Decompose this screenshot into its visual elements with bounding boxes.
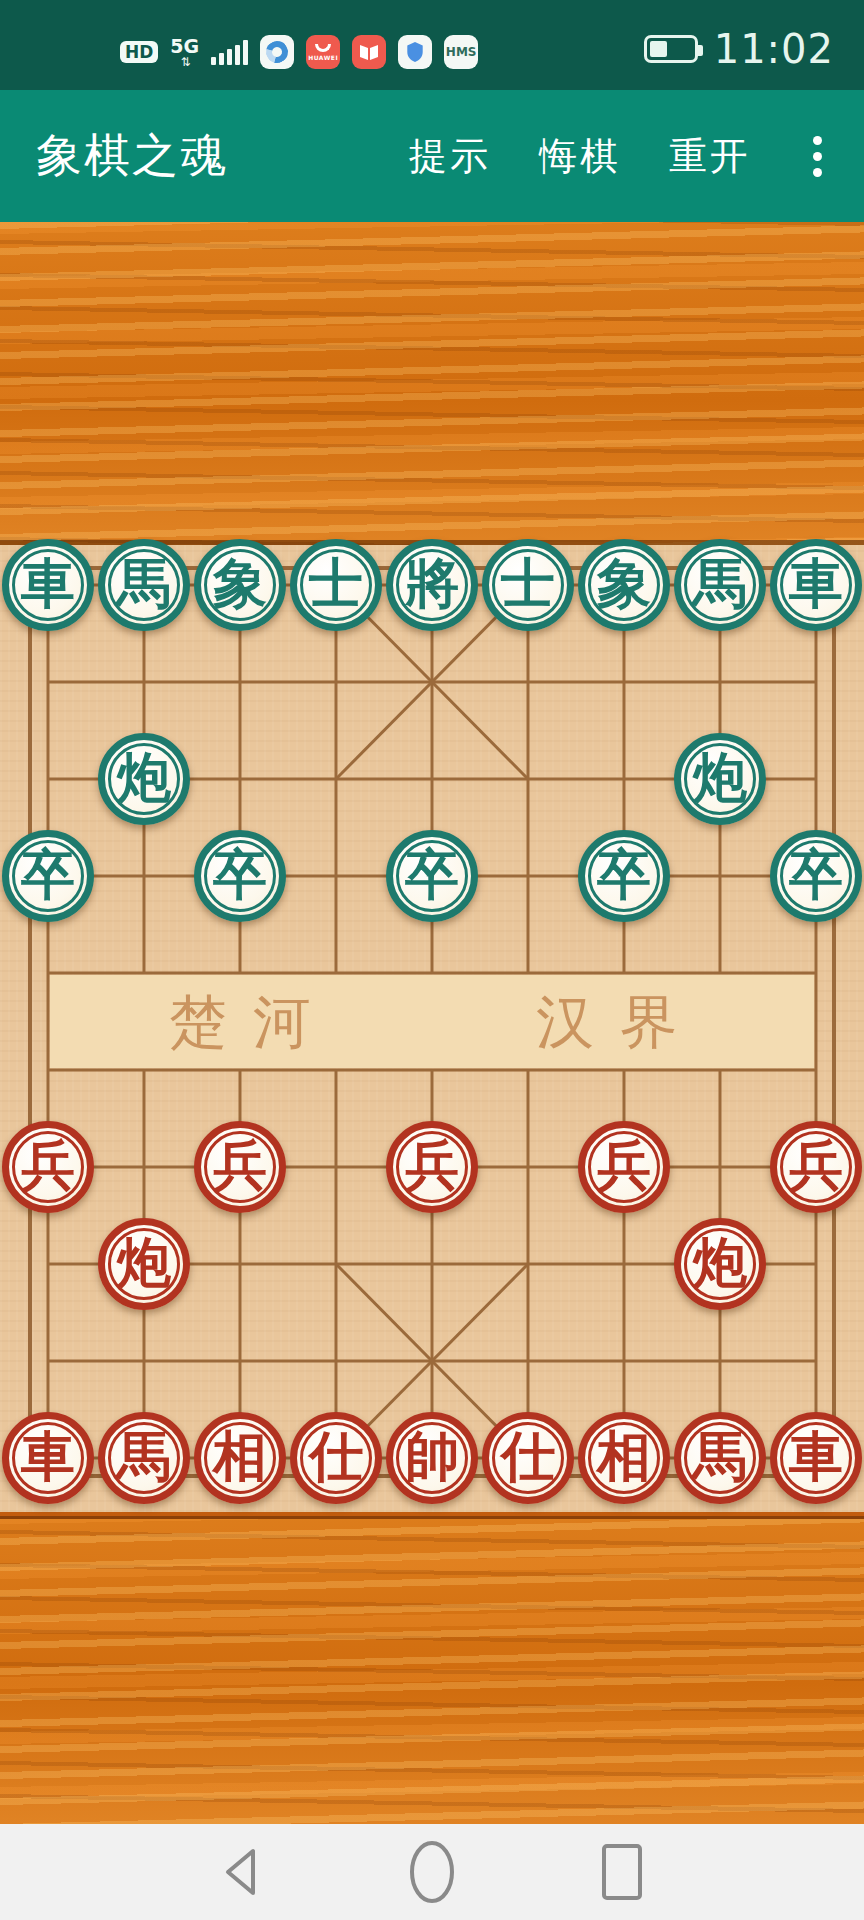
piece-black-soldier-5[interactable]: 卒 [770, 830, 862, 922]
piece-glyph: 炮 [117, 751, 171, 805]
wood-background-top [0, 222, 864, 545]
back-button[interactable] [218, 1840, 266, 1904]
home-button[interactable] [408, 1840, 456, 1904]
piece-red-horse-right[interactable]: 馬 [674, 1412, 766, 1504]
app-actions: 提示 悔棋 重开 [409, 130, 830, 183]
piece-red-soldier-4[interactable]: 兵 [578, 1121, 670, 1213]
piece-glyph: 兵 [789, 1139, 843, 1193]
piece-glyph: 炮 [693, 1236, 747, 1290]
status-clock: 11:02 [714, 26, 834, 72]
piece-black-advisor-right[interactable]: 士 [482, 539, 574, 631]
piece-glyph: 兵 [405, 1139, 459, 1193]
piece-black-elephant-left[interactable]: 象 [194, 539, 286, 631]
piece-glyph: 馬 [693, 1430, 747, 1484]
piece-glyph: 馬 [117, 557, 171, 611]
piece-black-cannon-right[interactable]: 炮 [674, 733, 766, 825]
browser-icon [260, 35, 294, 69]
piece-glyph: 炮 [693, 751, 747, 805]
river-label-right: 汉界 [457, 977, 757, 1069]
piece-red-general[interactable]: 帥 [386, 1412, 478, 1504]
restart-button[interactable]: 重开 [669, 131, 751, 182]
hd-badge: HD [120, 41, 158, 64]
piece-glyph: 兵 [597, 1139, 651, 1193]
piece-glyph: 相 [213, 1430, 267, 1484]
piece-glyph: 兵 [213, 1139, 267, 1193]
piece-black-cannon-left[interactable]: 炮 [98, 733, 190, 825]
status-bar: HD 5G ⇅ HUAWEI HMS 11:02 [0, 0, 864, 90]
phone-screen: HD 5G ⇅ HUAWEI HMS 11:02 [0, 0, 864, 1920]
data-arrows-icon: ⇅ [181, 56, 189, 68]
status-right: 11:02 [644, 26, 834, 72]
piece-glyph: 卒 [405, 848, 459, 902]
piece-glyph: 士 [309, 557, 363, 611]
piece-glyph: 卒 [21, 848, 75, 902]
piece-black-soldier-3[interactable]: 卒 [386, 830, 478, 922]
piece-glyph: 象 [597, 557, 651, 611]
android-nav-bar [0, 1824, 864, 1920]
piece-black-soldier-2[interactable]: 卒 [194, 830, 286, 922]
piece-glyph: 兵 [21, 1139, 75, 1193]
app-title: 象棋之魂 [36, 125, 228, 187]
piece-black-elephant-right[interactable]: 象 [578, 539, 670, 631]
piece-red-elephant-left[interactable]: 相 [194, 1412, 286, 1504]
piece-red-advisor-left[interactable]: 仕 [290, 1412, 382, 1504]
app-bar: 象棋之魂 提示 悔棋 重开 [0, 90, 864, 222]
piece-glyph: 象 [213, 557, 267, 611]
piece-glyph: 卒 [789, 848, 843, 902]
piece-glyph: 士 [501, 557, 555, 611]
hms-badge: HMS [444, 35, 478, 69]
status-icons: HD 5G ⇅ HUAWEI HMS [120, 35, 478, 69]
xiangqi-board[interactable]: 楚河 汉界 車馬象士將士象馬車炮炮卒卒卒卒卒兵兵兵兵兵炮炮車馬相仕帥仕相馬車 [0, 545, 864, 1512]
piece-glyph: 車 [21, 557, 75, 611]
piece-glyph: 卒 [597, 848, 651, 902]
piece-glyph: 仕 [501, 1430, 555, 1484]
signal-strength-icon [211, 39, 248, 65]
piece-black-soldier-1[interactable]: 卒 [2, 830, 94, 922]
network-type: 5G ⇅ [170, 37, 199, 68]
wood-background-bottom [0, 1512, 864, 1824]
piece-glyph: 卒 [213, 848, 267, 902]
piece-red-soldier-3[interactable]: 兵 [386, 1121, 478, 1213]
piece-red-soldier-5[interactable]: 兵 [770, 1121, 862, 1213]
river-label-left: 楚河 [90, 977, 390, 1069]
overflow-menu-button[interactable] [805, 130, 830, 183]
battery-icon [644, 35, 698, 63]
piece-glyph: 相 [597, 1430, 651, 1484]
piece-red-chariot-right[interactable]: 車 [770, 1412, 862, 1504]
recents-button[interactable] [598, 1840, 646, 1904]
piece-red-soldier-2[interactable]: 兵 [194, 1121, 286, 1213]
hint-button[interactable]: 提示 [409, 131, 491, 182]
piece-glyph: 帥 [405, 1430, 459, 1484]
undo-move-button[interactable]: 悔棋 [539, 131, 621, 182]
piece-glyph: 馬 [693, 557, 747, 611]
shield-icon [398, 35, 432, 69]
piece-glyph: 車 [21, 1430, 75, 1484]
piece-black-advisor-left[interactable]: 士 [290, 539, 382, 631]
piece-glyph: 馬 [117, 1430, 171, 1484]
piece-red-cannon-left[interactable]: 炮 [98, 1218, 190, 1310]
piece-glyph: 仕 [309, 1430, 363, 1484]
piece-red-horse-left[interactable]: 馬 [98, 1412, 190, 1504]
piece-black-general[interactable]: 將 [386, 539, 478, 631]
piece-red-elephant-right[interactable]: 相 [578, 1412, 670, 1504]
piece-glyph: 將 [405, 557, 459, 611]
piece-black-horse-left[interactable]: 馬 [98, 539, 190, 631]
piece-black-soldier-4[interactable]: 卒 [578, 830, 670, 922]
appgallery-icon: HUAWEI [306, 35, 340, 69]
piece-black-chariot-left[interactable]: 車 [2, 539, 94, 631]
piece-red-cannon-right[interactable]: 炮 [674, 1218, 766, 1310]
piece-glyph: 炮 [117, 1236, 171, 1290]
piece-black-horse-right[interactable]: 馬 [674, 539, 766, 631]
piece-red-advisor-right[interactable]: 仕 [482, 1412, 574, 1504]
books-icon [352, 35, 386, 69]
piece-red-soldier-1[interactable]: 兵 [2, 1121, 94, 1213]
piece-black-chariot-right[interactable]: 車 [770, 539, 862, 631]
piece-glyph: 車 [789, 1430, 843, 1484]
piece-red-chariot-left[interactable]: 車 [2, 1412, 94, 1504]
piece-glyph: 車 [789, 557, 843, 611]
